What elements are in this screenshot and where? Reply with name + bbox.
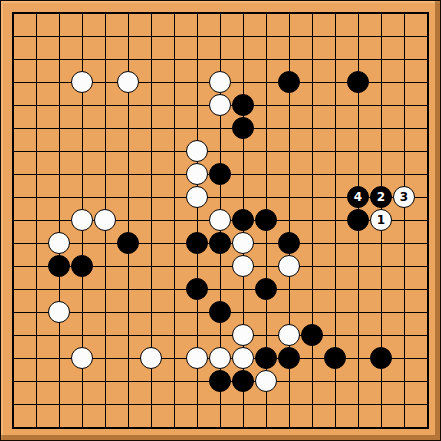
white-stone xyxy=(232,255,254,277)
white-stone xyxy=(186,186,208,208)
white-stone xyxy=(209,94,231,116)
white-stone xyxy=(186,163,208,185)
black-stone xyxy=(301,324,323,346)
black-stone xyxy=(370,347,392,369)
black-stone xyxy=(209,232,231,254)
black-stone xyxy=(209,163,231,185)
white-stone xyxy=(117,71,139,93)
white-stone xyxy=(232,324,254,346)
black-stone xyxy=(117,232,139,254)
white-stone-numbered: 1 xyxy=(370,209,392,231)
white-stone xyxy=(209,347,231,369)
white-stone xyxy=(71,209,93,231)
white-stone xyxy=(48,232,70,254)
white-stone xyxy=(71,347,93,369)
black-stone-numbered: 4 xyxy=(347,186,369,208)
black-stone xyxy=(255,278,277,300)
white-stone xyxy=(94,209,116,231)
black-stone xyxy=(186,278,208,300)
black-stone xyxy=(232,209,254,231)
white-stone xyxy=(278,255,300,277)
black-stone-numbered: 2 xyxy=(370,186,392,208)
black-stone xyxy=(255,209,277,231)
black-stone xyxy=(232,117,254,139)
stones-layer: 4231 xyxy=(1,1,440,440)
white-stone xyxy=(186,347,208,369)
white-stone xyxy=(186,140,208,162)
black-stone xyxy=(232,370,254,392)
black-stone xyxy=(347,71,369,93)
black-stone xyxy=(186,232,208,254)
white-stone xyxy=(209,209,231,231)
go-board: 4231 xyxy=(0,0,441,441)
black-stone xyxy=(232,94,254,116)
black-stone xyxy=(324,347,346,369)
white-stone xyxy=(140,347,162,369)
white-stone xyxy=(232,347,254,369)
black-stone xyxy=(347,209,369,231)
black-stone xyxy=(209,301,231,323)
black-stone xyxy=(255,347,277,369)
white-stone xyxy=(48,301,70,323)
white-stone-numbered: 3 xyxy=(393,186,415,208)
white-stone xyxy=(278,324,300,346)
black-stone xyxy=(278,347,300,369)
white-stone xyxy=(232,232,254,254)
black-stone xyxy=(278,232,300,254)
black-stone xyxy=(48,255,70,277)
black-stone xyxy=(278,71,300,93)
black-stone xyxy=(209,370,231,392)
black-stone xyxy=(71,255,93,277)
white-stone xyxy=(255,370,277,392)
white-stone xyxy=(209,71,231,93)
white-stone xyxy=(71,71,93,93)
